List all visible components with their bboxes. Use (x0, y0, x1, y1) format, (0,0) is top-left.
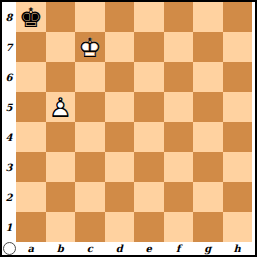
file-label-f: f (164, 242, 194, 255)
file-label-c: c (75, 242, 105, 255)
square-h4[interactable] (223, 122, 253, 152)
square-d8[interactable] (105, 2, 135, 32)
rank-labels: 87654321 (2, 2, 16, 242)
square-e5[interactable] (134, 92, 164, 122)
rank-label-8: 8 (2, 2, 16, 32)
white-pawn-icon: ♙ (46, 92, 76, 122)
square-e4[interactable] (134, 122, 164, 152)
square-b2[interactable] (46, 182, 76, 212)
square-g6[interactable] (193, 62, 223, 92)
square-f4[interactable] (164, 122, 194, 152)
square-e2[interactable] (134, 182, 164, 212)
square-e8[interactable] (134, 2, 164, 32)
square-b6[interactable] (46, 62, 76, 92)
square-g3[interactable] (193, 152, 223, 182)
white-pawn[interactable]: ♟♙ (46, 92, 76, 122)
square-f3[interactable] (164, 152, 194, 182)
square-a3[interactable] (16, 152, 46, 182)
square-f5[interactable] (164, 92, 194, 122)
rank-label-2: 2 (2, 182, 16, 212)
square-d4[interactable] (105, 122, 135, 152)
square-c5[interactable] (75, 92, 105, 122)
square-e6[interactable] (134, 62, 164, 92)
square-h7[interactable] (223, 32, 253, 62)
square-c6[interactable] (75, 62, 105, 92)
file-label-a: a (16, 242, 46, 255)
square-d6[interactable] (105, 62, 135, 92)
black-king[interactable]: ♚ (16, 2, 46, 32)
square-d1[interactable] (105, 212, 135, 242)
diagram-inner: 87654321 ♚♚♔♟♙ abcdefgh (2, 2, 255, 255)
square-b8[interactable] (46, 2, 76, 32)
square-f1[interactable] (164, 212, 194, 242)
white-to-move-indicator (3, 242, 16, 255)
square-a1[interactable] (16, 212, 46, 242)
square-e3[interactable] (134, 152, 164, 182)
square-b7[interactable] (46, 32, 76, 62)
file-label-e: e (134, 242, 164, 255)
square-a8[interactable]: ♚ (16, 2, 46, 32)
file-labels: abcdefgh (16, 242, 252, 255)
rank-label-4: 4 (2, 122, 16, 152)
square-c8[interactable] (75, 2, 105, 32)
square-h3[interactable] (223, 152, 253, 182)
rank-label-3: 3 (2, 152, 16, 182)
chess-diagram: 87654321 ♚♚♔♟♙ abcdefgh (0, 0, 257, 257)
square-c7[interactable]: ♚♔ (75, 32, 105, 62)
square-d7[interactable] (105, 32, 135, 62)
rank-label-1: 1 (2, 212, 16, 242)
square-b5[interactable]: ♟♙ (46, 92, 76, 122)
square-g7[interactable] (193, 32, 223, 62)
square-g1[interactable] (193, 212, 223, 242)
white-king-icon: ♔ (75, 32, 105, 62)
white-king[interactable]: ♚♔ (75, 32, 105, 62)
rank-label-5: 5 (2, 92, 16, 122)
square-f7[interactable] (164, 32, 194, 62)
square-d5[interactable] (105, 92, 135, 122)
square-c3[interactable] (75, 152, 105, 182)
black-king-icon: ♚ (16, 2, 46, 32)
square-e7[interactable] (134, 32, 164, 62)
square-h5[interactable] (223, 92, 253, 122)
square-h8[interactable] (223, 2, 253, 32)
square-d3[interactable] (105, 152, 135, 182)
file-label-g: g (193, 242, 223, 255)
rank-label-6: 6 (2, 62, 16, 92)
square-a2[interactable] (16, 182, 46, 212)
square-b4[interactable] (46, 122, 76, 152)
file-label-h: h (223, 242, 253, 255)
square-h2[interactable] (223, 182, 253, 212)
square-g5[interactable] (193, 92, 223, 122)
square-h6[interactable] (223, 62, 253, 92)
square-a5[interactable] (16, 92, 46, 122)
square-f8[interactable] (164, 2, 194, 32)
chess-board: ♚♚♔♟♙ (16, 2, 252, 242)
rank-label-7: 7 (2, 32, 16, 62)
square-h1[interactable] (223, 212, 253, 242)
square-d2[interactable] (105, 182, 135, 212)
square-b1[interactable] (46, 212, 76, 242)
square-g4[interactable] (193, 122, 223, 152)
square-a7[interactable] (16, 32, 46, 62)
square-f6[interactable] (164, 62, 194, 92)
square-g2[interactable] (193, 182, 223, 212)
square-a6[interactable] (16, 62, 46, 92)
square-c2[interactable] (75, 182, 105, 212)
file-label-b: b (46, 242, 76, 255)
square-e1[interactable] (134, 212, 164, 242)
square-b3[interactable] (46, 152, 76, 182)
square-g8[interactable] (193, 2, 223, 32)
square-c4[interactable] (75, 122, 105, 152)
square-f2[interactable] (164, 182, 194, 212)
square-a4[interactable] (16, 122, 46, 152)
file-label-d: d (105, 242, 135, 255)
square-c1[interactable] (75, 212, 105, 242)
